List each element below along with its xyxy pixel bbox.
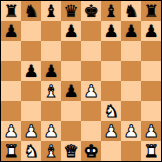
white-pawn[interactable]: ♟ — [43, 121, 58, 141]
square-b2[interactable]: ♟ — [21, 121, 41, 141]
white-rook[interactable]: ♜ — [143, 141, 158, 161]
white-knight[interactable]: ♞ — [103, 101, 118, 121]
black-rook[interactable]: ♜ — [143, 1, 158, 21]
square-d5[interactable] — [61, 61, 81, 81]
square-d8[interactable]: ♛ — [61, 1, 81, 21]
black-pawn[interactable]: ♟ — [23, 61, 38, 81]
square-e2[interactable] — [81, 121, 101, 141]
square-a1[interactable]: ♜ — [1, 141, 21, 161]
square-g3[interactable] — [121, 101, 141, 121]
white-pawn[interactable]: ♟ — [3, 121, 18, 141]
square-c2[interactable]: ♟ — [41, 121, 61, 141]
white-pawn[interactable]: ♟ — [83, 81, 98, 101]
square-a4[interactable] — [1, 81, 21, 101]
white-knight[interactable]: ♞ — [23, 141, 38, 161]
square-a7[interactable]: ♟ — [1, 21, 21, 41]
square-d7[interactable]: ♟ — [61, 21, 81, 41]
square-h4[interactable] — [141, 81, 161, 101]
black-pawn[interactable]: ♟ — [103, 21, 118, 41]
square-e5[interactable] — [81, 61, 101, 81]
white-rook[interactable]: ♜ — [3, 141, 18, 161]
black-pawn[interactable]: ♟ — [63, 21, 78, 41]
square-b3[interactable] — [21, 101, 41, 121]
square-c5[interactable]: ♟ — [41, 61, 61, 81]
black-knight[interactable]: ♞ — [23, 1, 38, 21]
white-pawn[interactable]: ♟ — [23, 121, 38, 141]
square-f5[interactable] — [101, 61, 121, 81]
chess-board: ♜♞♝♛♚♝♞♜♟♟♟♟♟♟♟♝♟♟♞♟♟♟♟♟♟♜♞♝♛♚♜ — [1, 1, 161, 161]
square-b1[interactable]: ♞ — [21, 141, 41, 161]
white-king[interactable]: ♚ — [83, 141, 98, 161]
square-h3[interactable] — [141, 101, 161, 121]
chess-board-frame: ♜♞♝♛♚♝♞♜♟♟♟♟♟♟♟♝♟♟♞♟♟♟♟♟♟♜♞♝♛♚♜ — [0, 0, 162, 162]
square-b8[interactable]: ♞ — [21, 1, 41, 21]
square-e4[interactable]: ♟ — [81, 81, 101, 101]
black-king[interactable]: ♚ — [83, 1, 98, 21]
square-c6[interactable] — [41, 41, 61, 61]
square-c4[interactable]: ♝ — [41, 81, 61, 101]
square-b6[interactable] — [21, 41, 41, 61]
white-pawn[interactable]: ♟ — [143, 121, 158, 141]
square-f6[interactable] — [101, 41, 121, 61]
square-d6[interactable] — [61, 41, 81, 61]
white-pawn[interactable]: ♟ — [103, 121, 118, 141]
white-bishop[interactable]: ♝ — [43, 81, 58, 101]
square-e3[interactable] — [81, 101, 101, 121]
square-h1[interactable]: ♜ — [141, 141, 161, 161]
square-a5[interactable] — [1, 61, 21, 81]
square-d1[interactable]: ♛ — [61, 141, 81, 161]
square-f4[interactable] — [101, 81, 121, 101]
square-c1[interactable]: ♝ — [41, 141, 61, 161]
square-d4[interactable]: ♟ — [61, 81, 81, 101]
square-h2[interactable]: ♟ — [141, 121, 161, 141]
square-g4[interactable] — [121, 81, 141, 101]
white-queen[interactable]: ♛ — [63, 141, 78, 161]
square-f7[interactable]: ♟ — [101, 21, 121, 41]
black-pawn[interactable]: ♟ — [123, 21, 138, 41]
square-c7[interactable] — [41, 21, 61, 41]
square-g5[interactable] — [121, 61, 141, 81]
black-pawn[interactable]: ♟ — [143, 21, 158, 41]
square-e8[interactable]: ♚ — [81, 1, 101, 21]
square-a2[interactable]: ♟ — [1, 121, 21, 141]
black-bishop[interactable]: ♝ — [43, 1, 58, 21]
square-f1[interactable] — [101, 141, 121, 161]
square-a6[interactable] — [1, 41, 21, 61]
square-f8[interactable]: ♝ — [101, 1, 121, 21]
square-f2[interactable]: ♟ — [101, 121, 121, 141]
square-f3[interactable]: ♞ — [101, 101, 121, 121]
black-rook[interactable]: ♜ — [3, 1, 18, 21]
square-e7[interactable] — [81, 21, 101, 41]
black-pawn[interactable]: ♟ — [3, 21, 18, 41]
square-e6[interactable] — [81, 41, 101, 61]
square-h5[interactable] — [141, 61, 161, 81]
square-h8[interactable]: ♜ — [141, 1, 161, 21]
square-e1[interactable]: ♚ — [81, 141, 101, 161]
black-bishop[interactable]: ♝ — [103, 1, 118, 21]
square-h7[interactable]: ♟ — [141, 21, 161, 41]
black-pawn[interactable]: ♟ — [63, 81, 78, 101]
square-g1[interactable] — [121, 141, 141, 161]
black-queen[interactable]: ♛ — [63, 1, 78, 21]
square-c8[interactable]: ♝ — [41, 1, 61, 21]
white-bishop[interactable]: ♝ — [43, 141, 58, 161]
square-a8[interactable]: ♜ — [1, 1, 21, 21]
square-g2[interactable]: ♟ — [121, 121, 141, 141]
square-b7[interactable] — [21, 21, 41, 41]
square-c3[interactable] — [41, 101, 61, 121]
square-b5[interactable]: ♟ — [21, 61, 41, 81]
square-g8[interactable]: ♞ — [121, 1, 141, 21]
square-h6[interactable] — [141, 41, 161, 61]
square-a3[interactable] — [1, 101, 21, 121]
square-g7[interactable]: ♟ — [121, 21, 141, 41]
black-knight[interactable]: ♞ — [123, 1, 138, 21]
black-pawn[interactable]: ♟ — [43, 61, 58, 81]
white-pawn[interactable]: ♟ — [123, 121, 138, 141]
square-d2[interactable] — [61, 121, 81, 141]
square-g6[interactable] — [121, 41, 141, 61]
square-d3[interactable] — [61, 101, 81, 121]
square-b4[interactable] — [21, 81, 41, 101]
